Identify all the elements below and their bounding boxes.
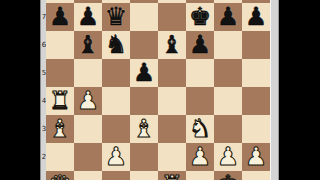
piece-white-pawn-f2: ♟ [189, 143, 211, 171]
piece-black-bishop-b6: ♝ [77, 31, 99, 59]
square-f2: ♟ [186, 143, 214, 171]
square-c7: ♛ [102, 3, 130, 31]
square-b2 [74, 143, 102, 171]
piece-white-pawn-c2: ♟ [105, 143, 127, 171]
square-c5 [102, 59, 130, 87]
square-d4 [130, 87, 158, 115]
square-h2: ♟ [242, 143, 270, 171]
square-f3: ♞ [186, 115, 214, 143]
square-b4: ♟ [74, 87, 102, 115]
square-g1: ♚ [214, 171, 242, 180]
square-g7: ♟ [214, 3, 242, 31]
piece-white-rook-a4: ♜ [49, 87, 71, 115]
square-e4 [158, 87, 186, 115]
square-e6: ♝ [158, 31, 186, 59]
piece-white-queen-a1: ♛ [49, 171, 71, 180]
square-c3 [102, 115, 130, 143]
piece-black-king-f7: ♚ [189, 3, 211, 31]
square-g4 [214, 87, 242, 115]
piece-black-pawn-h7: ♟ [245, 3, 267, 31]
piece-black-pawn-g7: ♟ [217, 3, 239, 31]
square-h5 [242, 59, 270, 87]
square-a7: ♟ [46, 3, 74, 31]
square-e1: ♜ [158, 171, 186, 180]
square-h4 [242, 87, 270, 115]
square-d2 [130, 143, 158, 171]
piece-white-king-g1: ♚ [217, 171, 239, 180]
square-a5 [46, 59, 74, 87]
square-b5 [74, 59, 102, 87]
video-frame: 87654321 ♜♜♟♟♛♚♟♟♝♞♝♟♟♜♟♝♝♞♟♟♟♟♛♜♚ [0, 0, 320, 180]
square-b3 [74, 115, 102, 143]
piece-white-knight-f3: ♞ [189, 115, 211, 143]
piece-black-bishop-e6: ♝ [161, 31, 183, 59]
square-e3 [158, 115, 186, 143]
square-h7: ♟ [242, 3, 270, 31]
square-f6: ♟ [186, 31, 214, 59]
square-d1 [130, 171, 158, 180]
piece-black-queen-c7: ♛ [105, 3, 127, 31]
square-d7 [130, 3, 158, 31]
square-e5 [158, 59, 186, 87]
piece-white-bishop-d3: ♝ [133, 115, 155, 143]
board-border-right [270, 0, 279, 180]
square-a2 [46, 143, 74, 171]
square-a6 [46, 31, 74, 59]
square-b7: ♟ [74, 3, 102, 31]
square-d3: ♝ [130, 115, 158, 143]
piece-black-pawn-f6: ♟ [189, 31, 211, 59]
piece-white-bishop-a3: ♝ [49, 115, 71, 143]
chess-board: ♜♜♟♟♛♚♟♟♝♞♝♟♟♜♟♝♝♞♟♟♟♟♛♜♚ [46, 0, 270, 180]
square-a3: ♝ [46, 115, 74, 143]
square-c2: ♟ [102, 143, 130, 171]
square-b1 [74, 171, 102, 180]
square-e2 [158, 143, 186, 171]
square-g6 [214, 31, 242, 59]
square-d6 [130, 31, 158, 59]
square-e7 [158, 3, 186, 31]
square-f5 [186, 59, 214, 87]
square-c4 [102, 87, 130, 115]
square-h3 [242, 115, 270, 143]
square-h1 [242, 171, 270, 180]
square-b6: ♝ [74, 31, 102, 59]
piece-white-pawn-h2: ♟ [245, 143, 267, 171]
piece-white-pawn-g2: ♟ [217, 143, 239, 171]
piece-black-pawn-a7: ♟ [49, 3, 71, 31]
piece-black-knight-c6: ♞ [105, 31, 127, 59]
square-g5 [214, 59, 242, 87]
square-h6 [242, 31, 270, 59]
square-f7: ♚ [186, 3, 214, 31]
square-c6: ♞ [102, 31, 130, 59]
square-f1 [186, 171, 214, 180]
square-c1 [102, 171, 130, 180]
piece-black-pawn-b7: ♟ [77, 3, 99, 31]
piece-white-rook-e1: ♜ [161, 171, 183, 180]
square-g3 [214, 115, 242, 143]
square-a1: ♛ [46, 171, 74, 180]
piece-white-pawn-b4: ♟ [77, 87, 99, 115]
square-d5: ♟ [130, 59, 158, 87]
square-g2: ♟ [214, 143, 242, 171]
piece-black-pawn-d5: ♟ [133, 59, 155, 87]
square-f4 [186, 87, 214, 115]
square-a4: ♜ [46, 87, 74, 115]
